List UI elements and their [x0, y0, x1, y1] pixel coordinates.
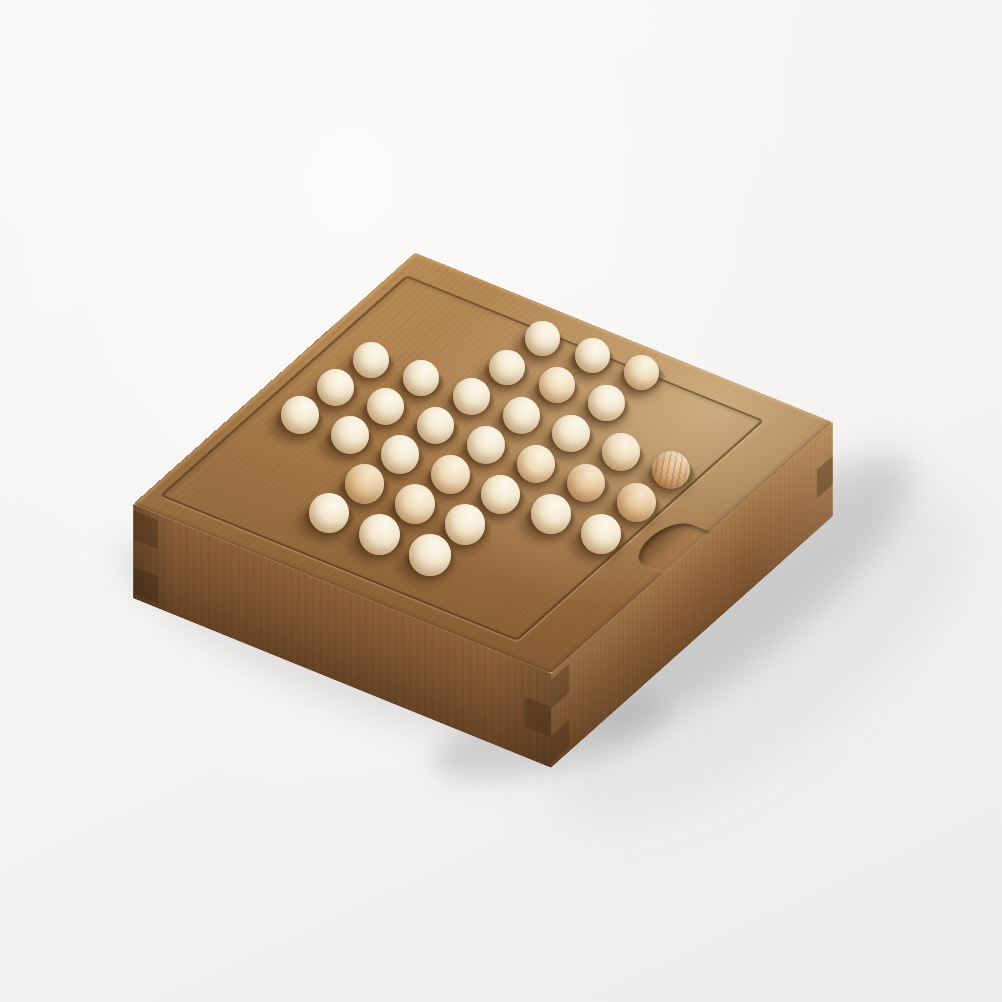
marble[interactable]	[453, 378, 490, 415]
marble[interactable]	[281, 396, 319, 434]
marble[interactable]	[588, 385, 624, 421]
product-photo-stage	[0, 0, 1002, 1002]
marble[interactable]	[345, 464, 385, 504]
marble[interactable]	[602, 433, 640, 471]
marble[interactable]	[467, 426, 505, 464]
marble[interactable]	[445, 504, 485, 544]
marble[interactable]	[409, 534, 450, 575]
marble[interactable]	[575, 338, 610, 373]
marble[interactable]	[353, 342, 389, 378]
marble[interactable]	[567, 464, 606, 503]
marble[interactable]	[395, 484, 435, 524]
finger-joint	[551, 664, 569, 709]
finger-joint	[133, 510, 158, 549]
marble[interactable]	[517, 445, 555, 483]
finger-joint	[524, 696, 551, 737]
marble[interactable]	[317, 369, 354, 406]
marble[interactable]	[481, 475, 520, 514]
marble[interactable]	[552, 415, 589, 452]
marble[interactable]	[617, 483, 656, 522]
finger-joint	[551, 720, 569, 763]
marble[interactable]	[539, 367, 575, 403]
marble[interactable]	[531, 494, 571, 534]
marble[interactable]	[581, 514, 621, 554]
marble[interactable]	[431, 455, 470, 494]
finger-joint	[817, 456, 833, 499]
marble[interactable]	[503, 397, 540, 434]
marble[interactable]	[331, 416, 369, 454]
marble[interactable]	[525, 321, 560, 356]
marble[interactable]	[359, 514, 400, 555]
finger-joint	[133, 566, 158, 603]
marble[interactable]	[489, 350, 525, 386]
